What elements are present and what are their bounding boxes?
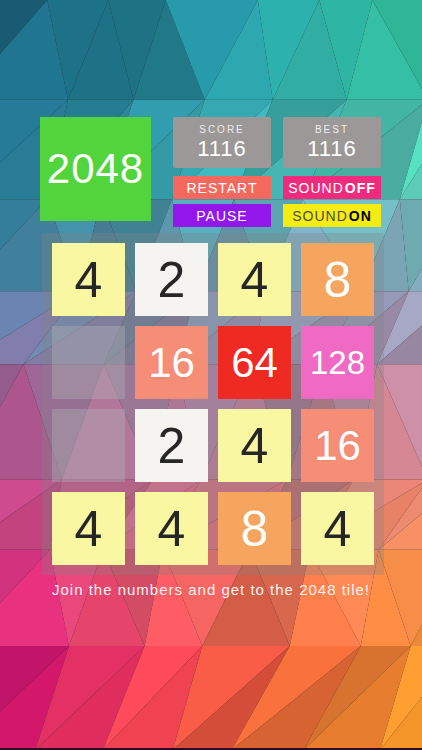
tile-8-r1c4: 8: [301, 243, 374, 316]
board-grid[interactable]: 4248166412824164484: [42, 233, 384, 575]
score-value: 1116: [173, 136, 271, 162]
sound-off-word: SOUND: [288, 180, 344, 196]
tile-4-r4c4: 4: [301, 492, 374, 565]
restart-button[interactable]: RESTART: [173, 176, 271, 199]
pause-button[interactable]: PAUSE: [173, 204, 271, 227]
best-panel: BEST 1116: [283, 117, 381, 168]
tile-4-r1c3: 4: [218, 243, 291, 316]
instructions-text: Join the numbers and get to the 2048 til…: [0, 581, 422, 598]
tile-16-r2c2: 16: [135, 326, 208, 399]
app-screen: 2048 SCORE 1116 BEST 1116 RESTART SOUNDO…: [0, 0, 422, 750]
sound-on-state: ON: [349, 208, 372, 224]
tile-8-r4c3: 8: [218, 492, 291, 565]
tile-16-r3c4: 16: [301, 409, 374, 482]
tile-2-r1c2: 2: [135, 243, 208, 316]
score-label: SCORE: [173, 124, 271, 135]
logo-text: 2048: [47, 145, 144, 193]
best-label: BEST: [283, 124, 381, 135]
tile-2-r3c2: 2: [135, 409, 208, 482]
tile-64-r2c3: 64: [218, 326, 291, 399]
sound-off-state: OFF: [345, 180, 376, 196]
score-panel: SCORE 1116: [173, 117, 271, 168]
empty-cell-r3c1: [52, 409, 125, 482]
tile-4-r4c1: 4: [52, 492, 125, 565]
tile-128-r2c4: 128: [301, 326, 374, 399]
best-value: 1116: [283, 136, 381, 162]
pause-button-label: PAUSE: [196, 208, 247, 224]
sound-on-word: SOUND: [292, 208, 348, 224]
sound-on-button[interactable]: SOUNDON: [283, 204, 381, 227]
empty-cell-r2c1: [52, 326, 125, 399]
restart-button-label: RESTART: [186, 180, 257, 196]
tile-4-r4c2: 4: [135, 492, 208, 565]
tile-4-r1c1: 4: [52, 243, 125, 316]
tile-4-r3c3: 4: [218, 409, 291, 482]
sound-off-button[interactable]: SOUNDOFF: [283, 176, 381, 199]
logo-tile: 2048: [40, 117, 151, 221]
